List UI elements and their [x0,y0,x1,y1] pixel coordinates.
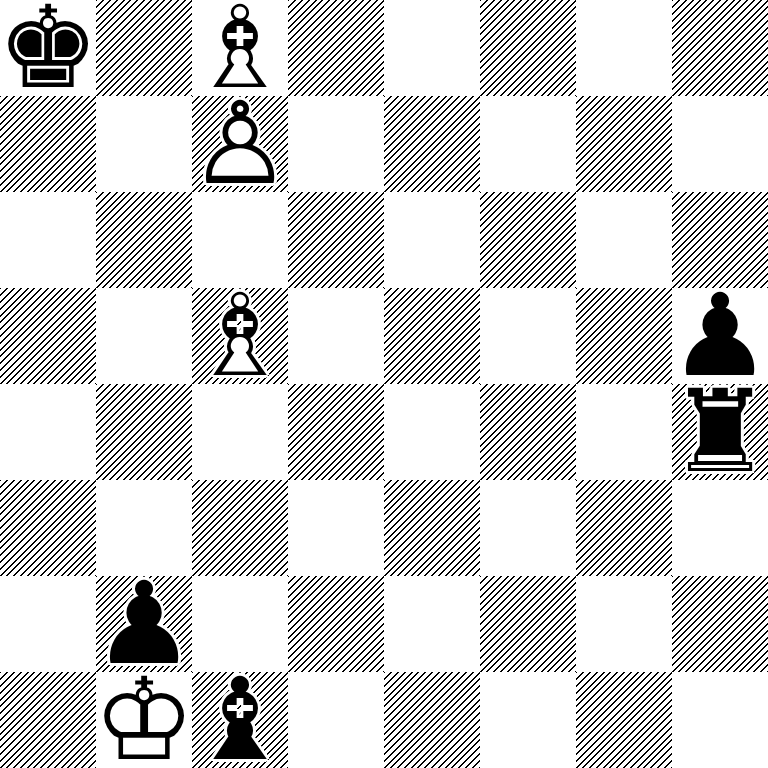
square-a8[interactable]: ♚♚ [0,0,96,96]
white-bishop-icon: ♗ [192,288,288,384]
square-f4[interactable] [480,384,576,480]
square-b5[interactable] [96,288,192,384]
square-d1[interactable] [288,672,384,768]
square-e8[interactable] [384,0,480,96]
square-c3[interactable] [192,480,288,576]
square-h2[interactable] [672,576,768,672]
square-a4[interactable] [0,384,96,480]
square-f6[interactable] [480,192,576,288]
square-a3[interactable] [0,480,96,576]
white-bishop-c5[interactable]: ♝♗ [192,288,288,384]
square-c5[interactable]: ♝♗ [192,288,288,384]
square-b4[interactable] [96,384,192,480]
square-h7[interactable] [672,96,768,192]
square-f5[interactable] [480,288,576,384]
square-g2[interactable] [576,576,672,672]
square-c1[interactable]: ♝♝ [192,672,288,768]
square-e1[interactable] [384,672,480,768]
chess-board: ♚♚♝♗♟♙♝♗♟♟♜♜♟♟♚♔♝♝ [0,0,768,768]
square-d8[interactable] [288,0,384,96]
white-king-icon: ♔ [96,672,192,768]
square-d4[interactable] [288,384,384,480]
square-b6[interactable] [96,192,192,288]
square-b1[interactable]: ♚♔ [96,672,192,768]
square-h1[interactable] [672,672,768,768]
square-a1[interactable] [0,672,96,768]
square-h4[interactable]: ♜♜ [672,384,768,480]
square-f1[interactable] [480,672,576,768]
square-c7[interactable]: ♟♙ [192,96,288,192]
black-rook-h4[interactable]: ♜♜ [672,384,768,480]
black-king-icon: ♚ [0,0,96,96]
square-a2[interactable] [0,576,96,672]
square-d7[interactable] [288,96,384,192]
white-pawn-c7[interactable]: ♟♙ [192,96,288,192]
square-e4[interactable] [384,384,480,480]
square-e7[interactable] [384,96,480,192]
black-king-a8[interactable]: ♚♚ [0,0,96,96]
black-rook-icon: ♜ [672,384,768,480]
square-g8[interactable] [576,0,672,96]
black-bishop-c1[interactable]: ♝♝ [192,672,288,768]
square-e2[interactable] [384,576,480,672]
square-e3[interactable] [384,480,480,576]
square-a5[interactable] [0,288,96,384]
square-f8[interactable] [480,0,576,96]
square-f7[interactable] [480,96,576,192]
square-g4[interactable] [576,384,672,480]
black-bishop-icon: ♝ [192,672,288,768]
square-g1[interactable] [576,672,672,768]
square-h8[interactable] [672,0,768,96]
square-e5[interactable] [384,288,480,384]
square-d3[interactable] [288,480,384,576]
square-g3[interactable] [576,480,672,576]
square-h3[interactable] [672,480,768,576]
square-d2[interactable] [288,576,384,672]
square-g7[interactable] [576,96,672,192]
square-a7[interactable] [0,96,96,192]
square-g5[interactable] [576,288,672,384]
square-b7[interactable] [96,96,192,192]
square-e6[interactable] [384,192,480,288]
square-f2[interactable] [480,576,576,672]
square-f3[interactable] [480,480,576,576]
white-king-b1[interactable]: ♚♔ [96,672,192,768]
square-d6[interactable] [288,192,384,288]
white-pawn-icon: ♙ [192,96,288,192]
square-a6[interactable] [0,192,96,288]
square-c4[interactable] [192,384,288,480]
square-d5[interactable] [288,288,384,384]
square-g6[interactable] [576,192,672,288]
square-b8[interactable] [96,0,192,96]
